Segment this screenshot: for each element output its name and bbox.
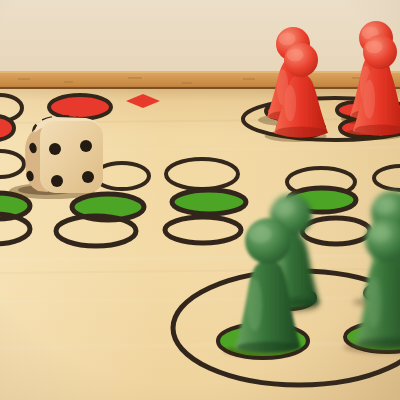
vignette-overlay <box>0 0 400 400</box>
photo-ludo-scene <box>0 0 400 400</box>
ludo-board-photo <box>0 0 400 400</box>
